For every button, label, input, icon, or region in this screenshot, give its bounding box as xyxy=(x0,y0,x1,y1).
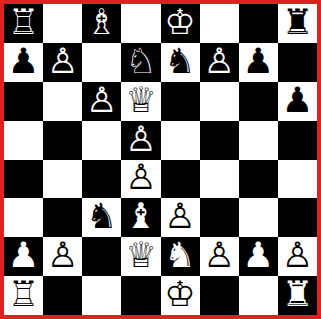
square-e5[interactable] xyxy=(161,121,200,160)
black-king-piece: ♔ xyxy=(164,5,195,40)
square-g2[interactable]: ♟ xyxy=(239,237,278,276)
square-c7[interactable] xyxy=(82,43,121,82)
square-a5[interactable] xyxy=(4,121,43,160)
square-h6[interactable]: ♟ xyxy=(278,82,317,121)
square-h5[interactable] xyxy=(278,121,317,160)
square-c5[interactable] xyxy=(82,121,121,160)
square-a4[interactable] xyxy=(4,160,43,199)
white-pawn-piece: ♙ xyxy=(47,238,78,273)
square-h4[interactable] xyxy=(278,160,317,199)
square-d5[interactable]: ♙ xyxy=(121,121,160,160)
square-d7[interactable]: ♘ xyxy=(121,43,160,82)
black-pawn-piece: ♙ xyxy=(125,122,156,157)
white-pawn-piece: ♙ xyxy=(203,238,234,273)
board-frame: ♖♗♔♜♟♙♘♞♙♟♙♕♟♙♙♞♝♙♟♙♕♞♙♟♙♖♔♜ xyxy=(0,0,321,319)
white-pawn-piece: ♟ xyxy=(8,238,39,273)
square-b6[interactable] xyxy=(43,82,82,121)
square-h3[interactable] xyxy=(278,198,317,237)
black-pawn-piece: ♟ xyxy=(243,44,274,79)
black-pawn-piece: ♙ xyxy=(86,83,117,118)
square-a7[interactable]: ♟ xyxy=(4,43,43,82)
square-d4[interactable]: ♙ xyxy=(121,160,160,199)
square-h8[interactable]: ♜ xyxy=(278,4,317,43)
square-d6[interactable]: ♕ xyxy=(121,82,160,121)
square-f6[interactable] xyxy=(200,82,239,121)
black-pawn-piece: ♟ xyxy=(282,83,313,118)
square-b5[interactable] xyxy=(43,121,82,160)
square-f4[interactable] xyxy=(200,160,239,199)
square-e2[interactable]: ♞ xyxy=(161,237,200,276)
square-b2[interactable]: ♙ xyxy=(43,237,82,276)
square-h7[interactable] xyxy=(278,43,317,82)
square-b3[interactable] xyxy=(43,198,82,237)
square-b1[interactable] xyxy=(43,276,82,315)
white-knight-piece: ♞ xyxy=(164,238,195,273)
square-a8[interactable]: ♖ xyxy=(4,4,43,43)
black-bishop-piece: ♗ xyxy=(86,5,117,40)
black-rook-piece: ♜ xyxy=(282,5,313,40)
square-e7[interactable]: ♞ xyxy=(161,43,200,82)
square-a3[interactable] xyxy=(4,198,43,237)
black-pawn-piece: ♟ xyxy=(8,44,39,79)
square-h2[interactable]: ♙ xyxy=(278,237,317,276)
square-g3[interactable] xyxy=(239,198,278,237)
square-e1[interactable]: ♔ xyxy=(161,276,200,315)
square-f2[interactable]: ♙ xyxy=(200,237,239,276)
square-e6[interactable] xyxy=(161,82,200,121)
square-c6[interactable]: ♙ xyxy=(82,82,121,121)
square-d1[interactable] xyxy=(121,276,160,315)
square-f5[interactable] xyxy=(200,121,239,160)
white-pawn-piece: ♙ xyxy=(164,199,195,234)
chess-board: ♖♗♔♜♟♙♘♞♙♟♙♕♟♙♙♞♝♙♟♙♕♞♙♟♙♖♔♜ xyxy=(4,4,317,315)
square-g5[interactable] xyxy=(239,121,278,160)
square-f7[interactable]: ♙ xyxy=(200,43,239,82)
square-f8[interactable] xyxy=(200,4,239,43)
square-e4[interactable] xyxy=(161,160,200,199)
white-queen-piece: ♕ xyxy=(125,238,156,273)
square-e3[interactable]: ♙ xyxy=(161,198,200,237)
square-d3[interactable]: ♝ xyxy=(121,198,160,237)
white-pawn-piece: ♙ xyxy=(125,160,156,195)
white-king-piece: ♔ xyxy=(164,277,195,312)
square-b8[interactable] xyxy=(43,4,82,43)
white-bishop-piece: ♝ xyxy=(125,199,156,234)
square-g6[interactable] xyxy=(239,82,278,121)
square-f1[interactable] xyxy=(200,276,239,315)
white-rook-piece: ♜ xyxy=(282,277,313,312)
square-h1[interactable]: ♜ xyxy=(278,276,317,315)
square-c8[interactable]: ♗ xyxy=(82,4,121,43)
square-f3[interactable] xyxy=(200,198,239,237)
square-c2[interactable] xyxy=(82,237,121,276)
square-g1[interactable] xyxy=(239,276,278,315)
black-knight-piece: ♞ xyxy=(164,44,195,79)
square-a2[interactable]: ♟ xyxy=(4,237,43,276)
square-g4[interactable] xyxy=(239,160,278,199)
black-pawn-piece: ♙ xyxy=(47,44,78,79)
square-g8[interactable] xyxy=(239,4,278,43)
square-c1[interactable] xyxy=(82,276,121,315)
white-queen-piece: ♕ xyxy=(125,83,156,118)
square-d2[interactable]: ♕ xyxy=(121,237,160,276)
square-d8[interactable] xyxy=(121,4,160,43)
square-a1[interactable]: ♖ xyxy=(4,276,43,315)
white-pawn-piece: ♙ xyxy=(282,238,313,273)
white-pawn-piece: ♟ xyxy=(243,238,274,273)
square-b7[interactable]: ♙ xyxy=(43,43,82,82)
square-e8[interactable]: ♔ xyxy=(161,4,200,43)
black-pawn-piece: ♙ xyxy=(203,44,234,79)
white-rook-piece: ♖ xyxy=(8,277,39,312)
black-knight-piece: ♞ xyxy=(86,199,117,234)
square-a6[interactable] xyxy=(4,82,43,121)
square-c3[interactable]: ♞ xyxy=(82,198,121,237)
square-b4[interactable] xyxy=(43,160,82,199)
black-knight-piece: ♘ xyxy=(125,44,156,79)
square-g7[interactable]: ♟ xyxy=(239,43,278,82)
square-c4[interactable] xyxy=(82,160,121,199)
black-rook-piece: ♖ xyxy=(8,5,39,40)
